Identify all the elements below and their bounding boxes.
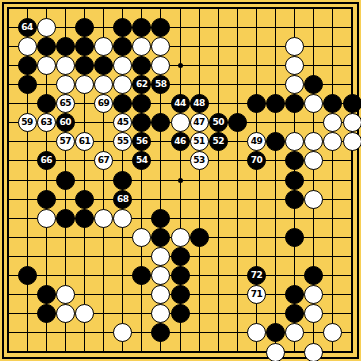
stone-white	[113, 75, 132, 94]
stone-black	[285, 228, 304, 247]
move-number-label: 59	[21, 118, 33, 127]
star-point	[178, 63, 183, 68]
move-number-label: 61	[79, 137, 91, 146]
move-number-label: 47	[193, 118, 205, 127]
stone-black-68: 68	[113, 190, 132, 209]
stone-white-47: 47	[190, 113, 209, 132]
stone-white	[18, 37, 37, 56]
stone-white	[37, 209, 56, 228]
stone-white	[343, 113, 361, 132]
stone-black	[132, 18, 151, 37]
star-point	[178, 178, 183, 183]
stone-black	[113, 171, 132, 190]
stone-black	[75, 18, 94, 37]
stone-white	[171, 113, 190, 132]
stone-white-59: 59	[18, 113, 37, 132]
move-number-label: 72	[251, 271, 263, 280]
stone-white	[132, 37, 151, 56]
move-number-label: 53	[193, 156, 205, 165]
stone-white-63: 63	[37, 113, 56, 132]
move-number-label: 54	[136, 156, 148, 165]
move-number-label: 67	[98, 156, 110, 165]
stone-black	[190, 228, 209, 247]
stone-white	[266, 343, 285, 361]
move-number-label: 44	[174, 99, 186, 108]
move-number-label: 63	[40, 118, 52, 127]
stone-black	[37, 37, 56, 56]
stone-black	[113, 37, 132, 56]
stone-black	[266, 94, 285, 113]
stone-white	[171, 228, 190, 247]
move-number-label: 60	[60, 118, 72, 127]
stone-white	[37, 18, 56, 37]
stone-black	[171, 247, 190, 266]
grid-line-vertical	[275, 7, 276, 353]
stone-white	[285, 37, 304, 56]
move-number-label: 62	[136, 80, 148, 89]
stone-white	[56, 56, 75, 75]
stone-black	[171, 266, 190, 285]
move-number-label: 58	[155, 80, 167, 89]
move-number-label: 69	[98, 99, 110, 108]
stone-black	[75, 209, 94, 228]
stone-black-60: 60	[56, 113, 75, 132]
move-number-label: 65	[60, 99, 72, 108]
stone-white	[56, 75, 75, 94]
stone-black	[343, 94, 361, 113]
stone-white	[94, 209, 113, 228]
grid-line-vertical	[332, 7, 333, 353]
stone-black	[75, 56, 94, 75]
stone-white-65: 65	[56, 94, 75, 113]
stone-black	[171, 285, 190, 304]
stone-white	[151, 37, 170, 56]
stone-black	[285, 171, 304, 190]
stone-black	[151, 18, 170, 37]
stone-black	[75, 190, 94, 209]
stone-white	[56, 285, 75, 304]
stone-black-66: 66	[37, 151, 56, 170]
stone-white-57: 57	[56, 132, 75, 151]
stone-black	[18, 75, 37, 94]
stone-white	[343, 132, 361, 151]
stone-white	[132, 228, 151, 247]
stone-black	[151, 209, 170, 228]
move-number-label: 52	[212, 137, 224, 146]
stone-black	[113, 18, 132, 37]
stone-black	[228, 113, 247, 132]
stone-black-64: 64	[18, 18, 37, 37]
move-number-label: 71	[251, 290, 263, 299]
stone-white	[37, 56, 56, 75]
stone-black	[56, 37, 75, 56]
move-number-label: 68	[117, 195, 129, 204]
grid-line-vertical	[199, 7, 200, 353]
stone-black-46: 46	[171, 132, 190, 151]
stone-black	[132, 56, 151, 75]
stone-white	[285, 75, 304, 94]
move-number-label: 46	[174, 137, 186, 146]
move-number-label: 55	[117, 137, 129, 146]
move-number-label: 45	[117, 118, 129, 127]
stone-black	[75, 37, 94, 56]
stone-white	[94, 75, 113, 94]
move-number-label: 51	[193, 137, 205, 146]
go-board: 6462586569444859636045475057615556465152…	[0, 0, 361, 361]
stone-white-71: 71	[247, 285, 266, 304]
stone-black	[18, 266, 37, 285]
stone-black	[37, 94, 56, 113]
stone-black	[285, 190, 304, 209]
stone-white	[75, 75, 94, 94]
move-number-label: 48	[193, 99, 205, 108]
move-number-label: 50	[212, 118, 224, 127]
stone-white	[94, 37, 113, 56]
stone-white	[113, 56, 132, 75]
move-number-label: 70	[251, 156, 263, 165]
grid-line-vertical	[218, 7, 219, 353]
stone-white-51: 51	[190, 132, 209, 151]
stone-white	[304, 343, 323, 361]
stone-white-53: 53	[190, 151, 209, 170]
stone-black	[56, 209, 75, 228]
grid-line-vertical	[237, 7, 238, 353]
stone-white	[285, 56, 304, 75]
stone-black	[37, 304, 56, 323]
stone-black	[247, 94, 266, 113]
stone-black	[94, 56, 113, 75]
stone-black	[37, 190, 56, 209]
stone-black	[56, 171, 75, 190]
stone-black	[18, 56, 37, 75]
grid-line-horizontal	[7, 351, 353, 353]
grid-line-vertical	[351, 7, 353, 353]
move-number-label: 64	[21, 23, 33, 32]
stone-white	[113, 209, 132, 228]
stone-white	[56, 304, 75, 323]
stone-black-52: 52	[209, 132, 228, 151]
move-number-label: 57	[60, 137, 72, 146]
stone-black-48: 48	[190, 94, 209, 113]
stone-black-44: 44	[171, 94, 190, 113]
stone-black-72: 72	[247, 266, 266, 285]
stone-white	[304, 190, 323, 209]
move-number-label: 56	[136, 137, 148, 146]
move-number-label: 49	[251, 137, 263, 146]
move-number-label: 66	[40, 156, 52, 165]
stone-black	[171, 304, 190, 323]
stone-black	[37, 285, 56, 304]
stone-black-50: 50	[209, 113, 228, 132]
stone-white-69: 69	[94, 94, 113, 113]
